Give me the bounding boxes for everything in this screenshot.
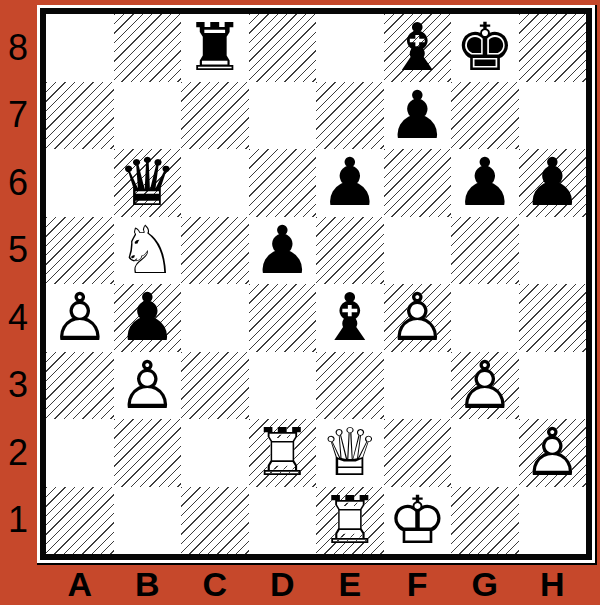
square-f3[interactable] — [384, 352, 452, 420]
rank-label-5: 5 — [0, 217, 36, 285]
square-e8[interactable] — [316, 14, 384, 82]
square-d5[interactable]: ♟ — [249, 217, 317, 285]
white-pawn-icon: ♙ — [114, 352, 182, 420]
square-a7[interactable] — [46, 82, 114, 150]
black-queen-icon: ♛ — [114, 149, 182, 217]
piece-black-pawn-h6[interactable]: ♟ — [519, 149, 587, 217]
board-frame: ♜♝♚♟♛♟♟♟♞♘♟♟♙♟♝♟♙♟♙♟♙♜♖♛♕♟♙♜♖♚♔ — [37, 5, 597, 565]
square-a2[interactable] — [46, 419, 114, 487]
piece-black-pawn-f7[interactable]: ♟ — [384, 82, 452, 150]
file-label-b: B — [114, 563, 182, 605]
black-pawn-icon: ♟ — [451, 149, 519, 217]
file-label-d: D — [249, 563, 317, 605]
square-b5[interactable]: ♞♘ — [114, 217, 182, 285]
rank-labels: 87654321 — [0, 14, 36, 554]
square-c5[interactable] — [181, 217, 249, 285]
rank-label-6: 6 — [0, 149, 36, 217]
square-b6[interactable]: ♛ — [114, 149, 182, 217]
square-a1[interactable] — [46, 487, 114, 555]
rank-label-1: 1 — [0, 487, 36, 555]
piece-white-pawn-a4[interactable]: ♟♙ — [46, 284, 114, 352]
square-b8[interactable] — [114, 14, 182, 82]
piece-black-bishop-f8[interactable]: ♝ — [384, 14, 452, 82]
black-pawn-icon: ♟ — [114, 284, 182, 352]
white-queen-fill: ♛ — [316, 419, 384, 487]
piece-white-pawn-h2[interactable]: ♟♙ — [519, 419, 587, 487]
square-h4[interactable] — [519, 284, 587, 352]
square-e3[interactable] — [316, 352, 384, 420]
square-b7[interactable] — [114, 82, 182, 150]
square-d3[interactable] — [249, 352, 317, 420]
square-g2[interactable] — [451, 419, 519, 487]
piece-black-bishop-e4[interactable]: ♝ — [316, 284, 384, 352]
white-pawn-fill: ♟ — [451, 352, 519, 420]
rank-label-8: 8 — [0, 14, 36, 82]
square-f4[interactable]: ♟♙ — [384, 284, 452, 352]
square-a6[interactable] — [46, 149, 114, 217]
piece-black-queen-b6[interactable]: ♛ — [114, 149, 182, 217]
white-pawn-fill: ♟ — [114, 352, 182, 420]
square-h7[interactable] — [519, 82, 587, 150]
piece-black-pawn-e6[interactable]: ♟ — [316, 149, 384, 217]
white-rook-icon: ♖ — [316, 487, 384, 555]
chess-board: ♜♝♚♟♛♟♟♟♞♘♟♟♙♟♝♟♙♟♙♟♙♜♖♛♕♟♙♜♖♚♔ — [40, 8, 592, 560]
square-e5[interactable] — [316, 217, 384, 285]
square-f5[interactable] — [384, 217, 452, 285]
square-d6[interactable] — [249, 149, 317, 217]
square-h3[interactable] — [519, 352, 587, 420]
square-b4[interactable]: ♟ — [114, 284, 182, 352]
square-e4[interactable]: ♝ — [316, 284, 384, 352]
piece-white-pawn-f4[interactable]: ♟♙ — [384, 284, 452, 352]
square-a4[interactable]: ♟♙ — [46, 284, 114, 352]
black-bishop-icon: ♝ — [384, 14, 452, 82]
file-label-e: E — [316, 563, 384, 605]
chess-diagram: 87654321 ABCDEFGH ♜♝♚♟♛♟♟♟♞♘♟♟♙♟♝♟♙♟♙♟♙♜… — [0, 0, 600, 605]
piece-white-queen-e2[interactable]: ♛♕ — [316, 419, 384, 487]
file-label-a: A — [46, 563, 114, 605]
rank-label-2: 2 — [0, 419, 36, 487]
black-bishop-icon: ♝ — [316, 284, 384, 352]
square-c6[interactable] — [181, 149, 249, 217]
square-d7[interactable] — [249, 82, 317, 150]
square-b1[interactable] — [114, 487, 182, 555]
square-b2[interactable] — [114, 419, 182, 487]
square-c3[interactable] — [181, 352, 249, 420]
piece-white-pawn-b3[interactable]: ♟♙ — [114, 352, 182, 420]
square-c1[interactable] — [181, 487, 249, 555]
piece-white-pawn-g3[interactable]: ♟♙ — [451, 352, 519, 420]
square-b3[interactable]: ♟♙ — [114, 352, 182, 420]
square-e7[interactable] — [316, 82, 384, 150]
square-e6[interactable]: ♟ — [316, 149, 384, 217]
square-g5[interactable] — [451, 217, 519, 285]
black-pawn-icon: ♟ — [316, 149, 384, 217]
square-f6[interactable] — [384, 149, 452, 217]
white-pawn-fill: ♟ — [519, 419, 587, 487]
white-knight-fill: ♞ — [114, 217, 182, 285]
square-f1[interactable]: ♚♔ — [384, 487, 452, 555]
square-g8[interactable]: ♚ — [451, 14, 519, 82]
piece-white-king-f1[interactable]: ♚♔ — [384, 487, 452, 555]
square-f2[interactable] — [384, 419, 452, 487]
square-a8[interactable] — [46, 14, 114, 82]
rank-label-7: 7 — [0, 82, 36, 150]
square-d1[interactable] — [249, 487, 317, 555]
square-e1[interactable]: ♜♖ — [316, 487, 384, 555]
square-d4[interactable] — [249, 284, 317, 352]
black-pawn-icon: ♟ — [249, 217, 317, 285]
white-rook-icon: ♖ — [249, 419, 317, 487]
rank-label-4: 4 — [0, 284, 36, 352]
file-label-f: F — [384, 563, 452, 605]
piece-white-knight-b5[interactable]: ♞♘ — [114, 217, 182, 285]
square-g7[interactable] — [451, 82, 519, 150]
white-rook-fill: ♜ — [316, 487, 384, 555]
square-a3[interactable] — [46, 352, 114, 420]
black-pawn-icon: ♟ — [384, 82, 452, 150]
white-pawn-fill: ♟ — [384, 284, 452, 352]
white-queen-icon: ♕ — [316, 419, 384, 487]
black-king-icon: ♚ — [451, 14, 519, 82]
black-pawn-icon: ♟ — [519, 149, 587, 217]
square-f7[interactable]: ♟ — [384, 82, 452, 150]
piece-black-pawn-d5[interactable]: ♟ — [249, 217, 317, 285]
square-f8[interactable]: ♝ — [384, 14, 452, 82]
square-g6[interactable]: ♟ — [451, 149, 519, 217]
white-pawn-fill: ♟ — [46, 284, 114, 352]
square-c2[interactable] — [181, 419, 249, 487]
rank-label-3: 3 — [0, 352, 36, 420]
square-g1[interactable] — [451, 487, 519, 555]
white-pawn-icon: ♙ — [451, 352, 519, 420]
square-h6[interactable]: ♟ — [519, 149, 587, 217]
square-a5[interactable] — [46, 217, 114, 285]
white-pawn-icon: ♙ — [384, 284, 452, 352]
piece-black-pawn-b4[interactable]: ♟ — [114, 284, 182, 352]
file-label-c: C — [181, 563, 249, 605]
file-label-g: G — [451, 563, 519, 605]
white-knight-icon: ♘ — [114, 217, 182, 285]
square-g4[interactable] — [451, 284, 519, 352]
square-h5[interactable] — [519, 217, 587, 285]
piece-white-rook-e1[interactable]: ♜♖ — [316, 487, 384, 555]
square-h8[interactable] — [519, 14, 587, 82]
square-c7[interactable] — [181, 82, 249, 150]
file-labels: ABCDEFGH — [46, 563, 586, 605]
file-label-h: H — [519, 563, 587, 605]
piece-black-pawn-g6[interactable]: ♟ — [451, 149, 519, 217]
white-king-icon: ♔ — [384, 487, 452, 555]
square-e2[interactable]: ♛♕ — [316, 419, 384, 487]
white-pawn-icon: ♙ — [46, 284, 114, 352]
piece-black-king-g8[interactable]: ♚ — [451, 14, 519, 82]
white-rook-fill: ♜ — [249, 419, 317, 487]
square-d2[interactable]: ♜♖ — [249, 419, 317, 487]
piece-black-rook-c8[interactable]: ♜ — [181, 14, 249, 82]
white-king-fill: ♚ — [384, 487, 452, 555]
white-pawn-icon: ♙ — [519, 419, 587, 487]
square-h1[interactable] — [519, 487, 587, 555]
piece-white-rook-d2[interactable]: ♜♖ — [249, 419, 317, 487]
square-h2[interactable]: ♟♙ — [519, 419, 587, 487]
square-d8[interactable] — [249, 14, 317, 82]
square-c4[interactable] — [181, 284, 249, 352]
black-rook-icon: ♜ — [181, 14, 249, 82]
square-c8[interactable]: ♜ — [181, 14, 249, 82]
square-g3[interactable]: ♟♙ — [451, 352, 519, 420]
